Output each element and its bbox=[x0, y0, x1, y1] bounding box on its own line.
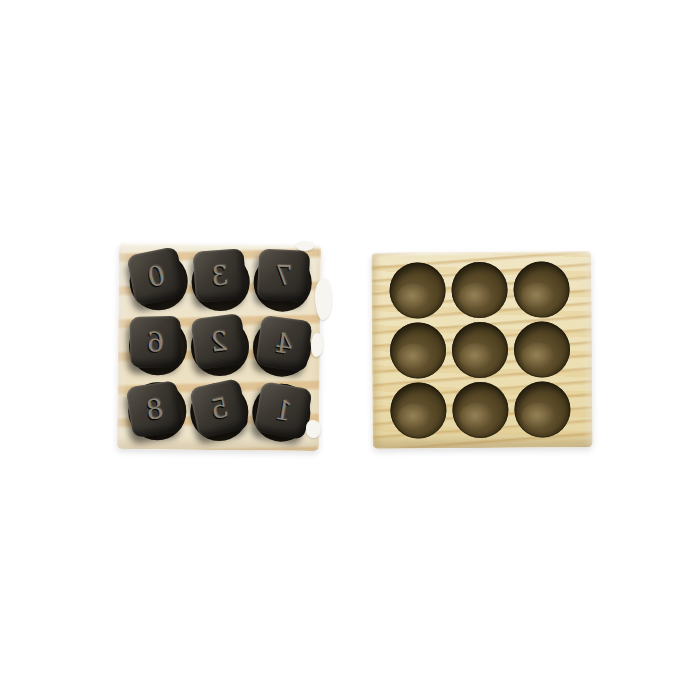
torn-paper-bit bbox=[311, 333, 323, 357]
hole-cell bbox=[387, 320, 449, 380]
stamp-digit: 5 bbox=[208, 393, 231, 423]
hole-cell bbox=[387, 380, 449, 440]
hole-cell bbox=[449, 320, 511, 380]
hole-cell bbox=[449, 380, 511, 440]
number-stamp: 0 bbox=[126, 246, 186, 306]
empty-hole bbox=[451, 262, 507, 318]
stamp-cell: 0 bbox=[127, 248, 190, 314]
hole-cell bbox=[386, 260, 448, 320]
number-stamp: 6 bbox=[129, 315, 181, 367]
number-stamp: 2 bbox=[190, 312, 247, 369]
stamp-digit: 1 bbox=[272, 395, 293, 424]
hole-cell bbox=[511, 319, 573, 379]
stamp-grid: 0 3 7 6 bbox=[126, 248, 314, 445]
empty-hole bbox=[452, 322, 508, 378]
stamp-cell: 1 bbox=[250, 379, 313, 445]
stamp-cell: 7 bbox=[251, 249, 314, 315]
hole-cell bbox=[511, 379, 573, 439]
stamp-cell: 6 bbox=[127, 313, 190, 379]
torn-paper-bit bbox=[296, 241, 314, 251]
torn-paper-bit bbox=[306, 420, 321, 438]
empty-hole bbox=[513, 261, 569, 317]
stamp-cell: 2 bbox=[189, 314, 252, 380]
stamp-holder-block: 0 3 7 6 bbox=[117, 243, 321, 451]
empty-hole bbox=[389, 262, 445, 318]
stamp-digit: 2 bbox=[209, 327, 230, 356]
stamp-cell: 3 bbox=[189, 249, 252, 315]
number-stamp: 8 bbox=[126, 380, 184, 438]
hole-grid bbox=[386, 259, 573, 440]
number-stamp: 4 bbox=[255, 314, 312, 371]
torn-paper-bit bbox=[315, 278, 332, 320]
number-stamp: 7 bbox=[257, 248, 310, 301]
empty-hole bbox=[390, 382, 446, 438]
number-stamp: 3 bbox=[192, 248, 247, 303]
empty-hole bbox=[514, 381, 570, 437]
stamp-digit: 4 bbox=[274, 328, 295, 357]
stamp-digit: 7 bbox=[274, 261, 292, 289]
hole-cell bbox=[510, 259, 572, 319]
empty-hole bbox=[452, 382, 508, 438]
number-stamp: 1 bbox=[254, 381, 313, 440]
stamp-digit: 3 bbox=[210, 261, 229, 289]
stamp-cell: 5 bbox=[188, 379, 251, 445]
stamp-cell: 4 bbox=[251, 314, 314, 380]
empty-hole bbox=[390, 322, 446, 378]
stamp-digit: 6 bbox=[146, 328, 164, 355]
stamp-digit: 0 bbox=[145, 261, 167, 291]
empty-hole bbox=[514, 321, 570, 377]
stamp-digit: 8 bbox=[144, 394, 165, 423]
product-photo: 0 3 7 6 bbox=[0, 0, 700, 700]
empty-drilled-block bbox=[371, 251, 592, 449]
number-stamp: 5 bbox=[189, 377, 250, 438]
stamp-cell: 8 bbox=[126, 378, 189, 444]
hole-cell bbox=[448, 260, 510, 320]
